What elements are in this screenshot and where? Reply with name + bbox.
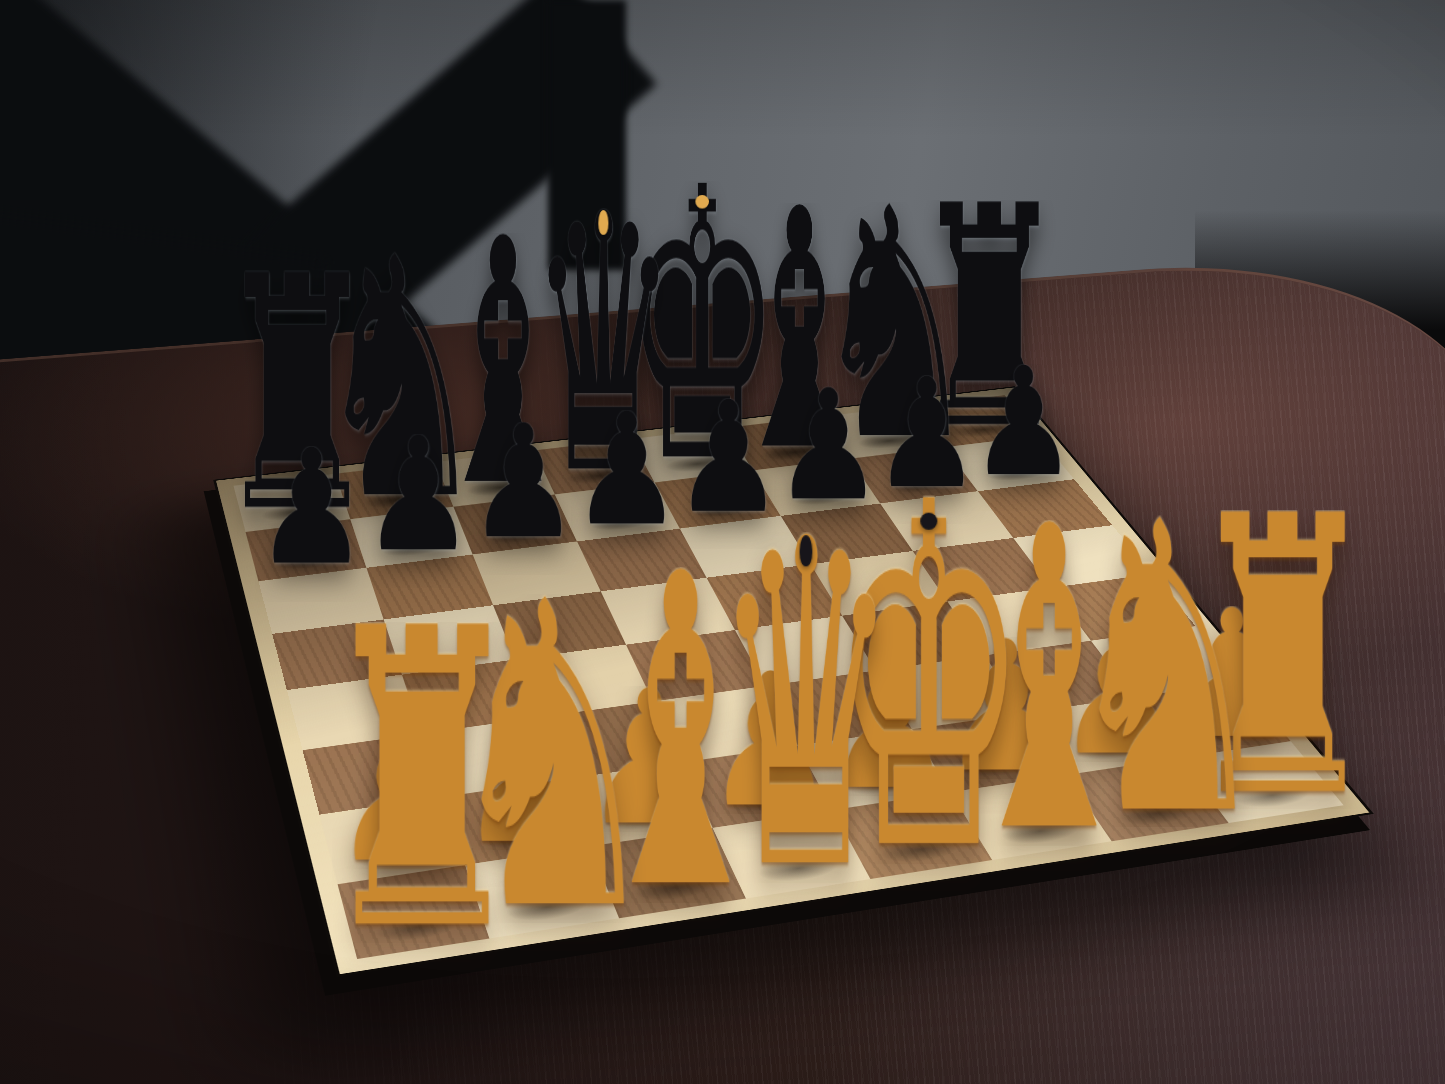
square-a1: ♜ xyxy=(338,865,490,959)
black-queen-finial xyxy=(598,210,608,235)
board-frame: ♜♞♝♛♚♝♞♜♟♟♟♟♟♟♟♟♟♟♟♟♟♟♟♟♜♞♝♛♚♝♞♜ xyxy=(216,388,1369,975)
board-perspective-scene: ♜♞♝♛♚♝♞♜♟♟♟♟♟♟♟♟♟♟♟♟♟♟♟♟♜♞♝♛♚♝♞♜ xyxy=(0,0,1445,1084)
white-rook-glyph: ♜ xyxy=(316,622,527,943)
white-queen-finial xyxy=(800,535,813,566)
photo-scene: ♜♞♝♛♚♝♞♜♟♟♟♟♟♟♟♟♟♟♟♟♟♟♟♟♜♞♝♛♚♝♞♜ Standar… xyxy=(0,0,1445,1084)
board-grid: ♜♞♝♛♚♝♞♜♟♟♟♟♟♟♟♟♟♟♟♟♟♟♟♟♜♞♝♛♚♝♞♜ xyxy=(233,395,1343,959)
black-king-finial xyxy=(695,195,709,209)
white-king-finial xyxy=(920,513,937,530)
chess-board: ♜♞♝♛♚♝♞♜♟♟♟♟♟♟♟♟♟♟♟♟♟♟♟♟♜♞♝♛♚♝♞♜ xyxy=(216,388,1369,975)
